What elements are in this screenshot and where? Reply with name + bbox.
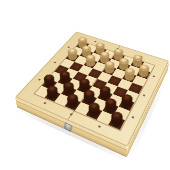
product-photo-scene xyxy=(0,0,170,170)
checker-piece-light[interactable] xyxy=(137,69,151,79)
checker-piece-dark[interactable] xyxy=(108,116,125,130)
nail-dot xyxy=(143,95,146,97)
nail-dot xyxy=(53,61,56,63)
nail-dot xyxy=(38,79,41,81)
nail-dot xyxy=(94,41,96,42)
checkers-board xyxy=(15,31,169,147)
board-frame xyxy=(15,31,169,147)
nail-dot xyxy=(153,76,156,78)
nail-dot xyxy=(132,116,135,119)
nail-dot xyxy=(43,102,46,104)
checker-piece-dark[interactable] xyxy=(45,90,61,102)
nail-dot xyxy=(98,126,101,129)
